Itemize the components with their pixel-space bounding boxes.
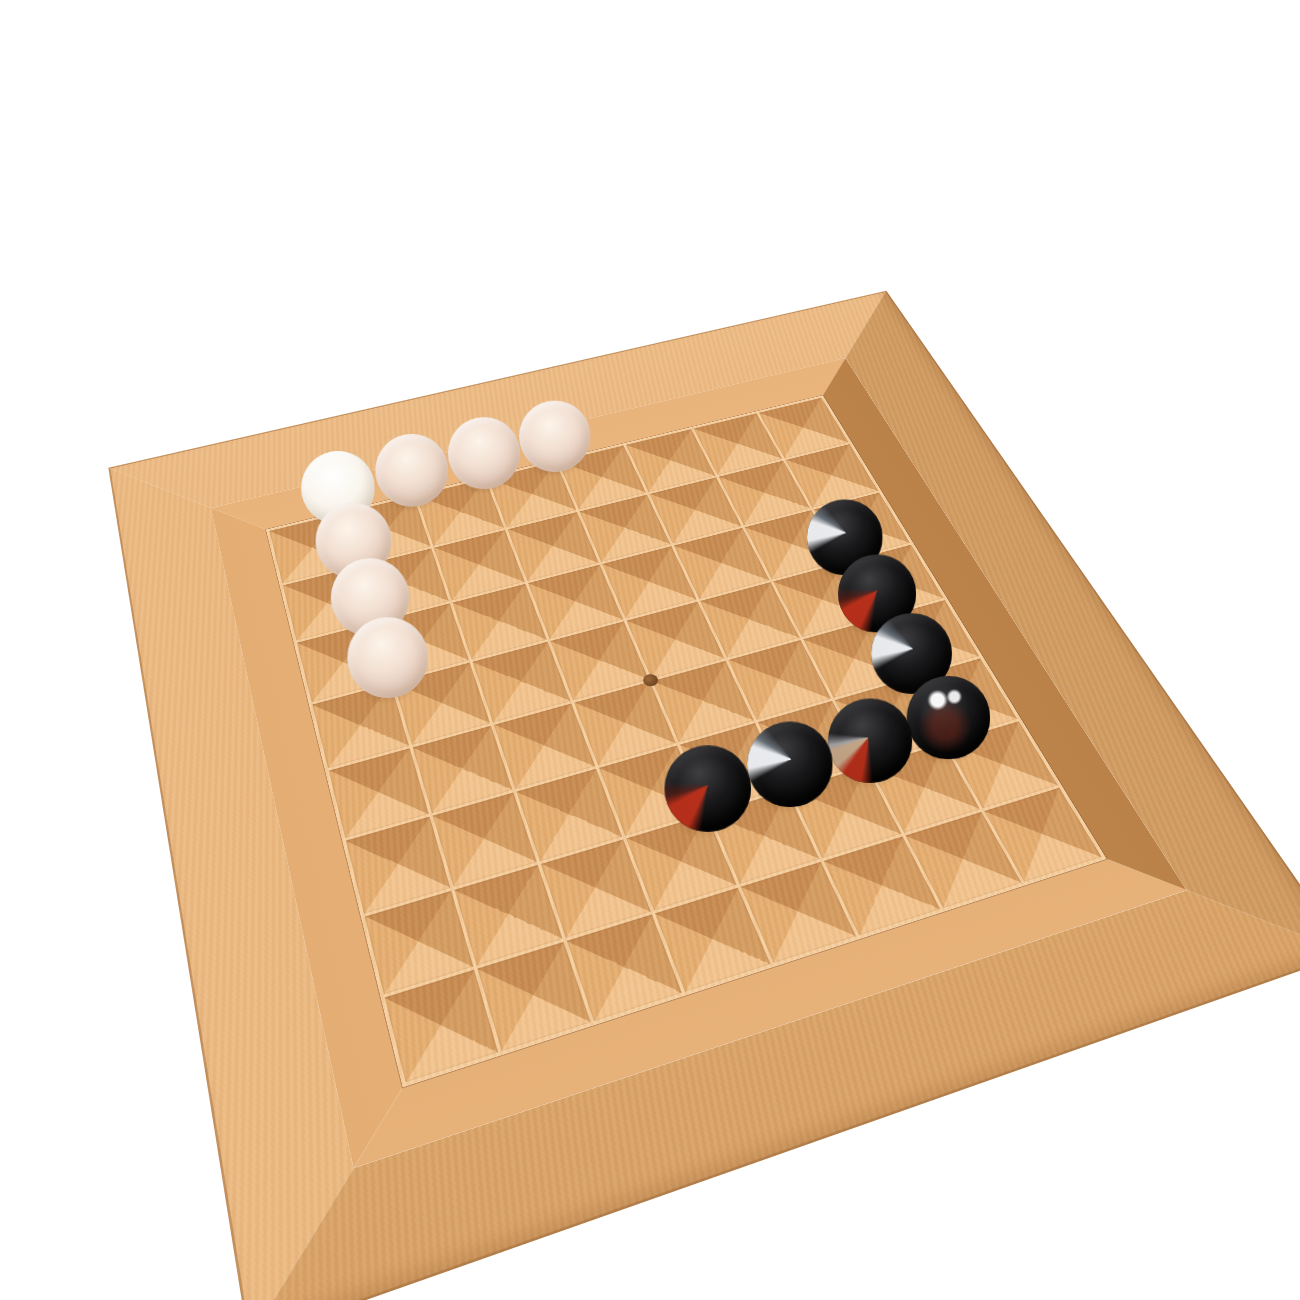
- board-scene: [0, 0, 1300, 1300]
- black-marble-glass: [747, 722, 833, 808]
- black-marble-glass: [907, 676, 990, 759]
- white-marble-glass: [347, 617, 428, 698]
- game-board: [108, 291, 1300, 1300]
- black-marble-glass: [664, 745, 751, 832]
- product-photo-stage: [0, 0, 1300, 1300]
- black-marble-glass: [828, 698, 912, 782]
